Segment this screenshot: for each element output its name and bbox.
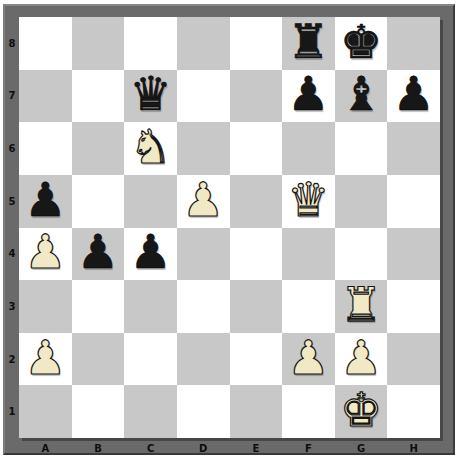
square-b6[interactable] xyxy=(72,122,125,175)
square-f7[interactable]: ♟ xyxy=(282,70,335,123)
square-a3[interactable] xyxy=(19,280,72,333)
white-knight-c6[interactable]: ♞ xyxy=(129,123,171,170)
square-c4[interactable]: ♟ xyxy=(124,228,177,281)
square-f5[interactable]: ♛ xyxy=(282,175,335,228)
square-b2[interactable] xyxy=(72,333,125,386)
square-c5[interactable] xyxy=(124,175,177,228)
square-g1[interactable]: ♚ xyxy=(335,385,388,438)
square-b1[interactable] xyxy=(72,385,125,438)
square-a2[interactable]: ♟ xyxy=(19,333,72,386)
rank-label-8: 8 xyxy=(5,17,19,70)
square-c7[interactable]: ♛ xyxy=(124,70,177,123)
file-label-e: E xyxy=(230,441,283,455)
square-g3[interactable]: ♜ xyxy=(335,280,388,333)
square-h8[interactable] xyxy=(387,17,440,70)
square-h7[interactable]: ♟ xyxy=(387,70,440,123)
square-e3[interactable] xyxy=(230,280,283,333)
square-d5[interactable]: ♟ xyxy=(177,175,230,228)
square-e1[interactable] xyxy=(230,385,283,438)
black-rook-f8[interactable]: ♜ xyxy=(287,18,329,65)
square-c2[interactable] xyxy=(124,333,177,386)
file-label-a: A xyxy=(19,441,72,455)
chess-board: ♜♚♛♟♝♟♞♟♟♛♟♟♟♜♟♟♟♚ xyxy=(19,17,440,438)
file-labels: ABCDEFGH xyxy=(19,441,440,455)
white-pawn-g2[interactable]: ♟ xyxy=(340,334,382,381)
white-pawn-d5[interactable]: ♟ xyxy=(182,176,224,223)
square-f3[interactable] xyxy=(282,280,335,333)
square-c1[interactable] xyxy=(124,385,177,438)
file-label-b: B xyxy=(72,441,125,455)
white-rook-g3[interactable]: ♜ xyxy=(340,281,382,328)
file-label-g: G xyxy=(335,441,388,455)
square-d7[interactable] xyxy=(177,70,230,123)
square-d1[interactable] xyxy=(177,385,230,438)
square-b3[interactable] xyxy=(72,280,125,333)
square-b7[interactable] xyxy=(72,70,125,123)
square-f6[interactable] xyxy=(282,122,335,175)
black-pawn-c4[interactable]: ♟ xyxy=(129,228,171,275)
square-f1[interactable] xyxy=(282,385,335,438)
file-label-c: C xyxy=(124,441,177,455)
rank-label-7: 7 xyxy=(5,70,19,123)
square-g8[interactable]: ♚ xyxy=(335,17,388,70)
file-label-f: F xyxy=(282,441,335,455)
square-b8[interactable] xyxy=(72,17,125,70)
white-queen-f5[interactable]: ♛ xyxy=(287,176,329,223)
square-d6[interactable] xyxy=(177,122,230,175)
square-e8[interactable] xyxy=(230,17,283,70)
square-h4[interactable] xyxy=(387,228,440,281)
square-e4[interactable] xyxy=(230,228,283,281)
rank-label-4: 4 xyxy=(5,228,19,281)
rank-label-6: 6 xyxy=(5,122,19,175)
rank-label-1: 1 xyxy=(5,385,19,438)
square-d2[interactable] xyxy=(177,333,230,386)
rank-label-2: 2 xyxy=(5,333,19,386)
black-pawn-a5[interactable]: ♟ xyxy=(24,176,66,223)
white-pawn-f2[interactable]: ♟ xyxy=(287,334,329,381)
square-a8[interactable] xyxy=(19,17,72,70)
square-e6[interactable] xyxy=(230,122,283,175)
square-g6[interactable] xyxy=(335,122,388,175)
square-f2[interactable]: ♟ xyxy=(282,333,335,386)
square-d4[interactable] xyxy=(177,228,230,281)
file-label-d: D xyxy=(177,441,230,455)
square-h6[interactable] xyxy=(387,122,440,175)
square-a6[interactable] xyxy=(19,122,72,175)
square-h3[interactable] xyxy=(387,280,440,333)
square-c6[interactable]: ♞ xyxy=(124,122,177,175)
square-g5[interactable] xyxy=(335,175,388,228)
black-pawn-b4[interactable]: ♟ xyxy=(77,228,119,275)
square-h2[interactable] xyxy=(387,333,440,386)
board-frame: 87654321 ABCDEFGH ♜♚♛♟♝♟♞♟♟♛♟♟♟♜♟♟♟♚ xyxy=(3,4,455,455)
rank-label-5: 5 xyxy=(5,175,19,228)
black-king-g8[interactable]: ♚ xyxy=(340,18,382,65)
square-h5[interactable] xyxy=(387,175,440,228)
square-b5[interactable] xyxy=(72,175,125,228)
square-c8[interactable] xyxy=(124,17,177,70)
square-f4[interactable] xyxy=(282,228,335,281)
white-pawn-a2[interactable]: ♟ xyxy=(24,334,66,381)
square-a4[interactable]: ♟ xyxy=(19,228,72,281)
square-g2[interactable]: ♟ xyxy=(335,333,388,386)
rank-label-3: 3 xyxy=(5,280,19,333)
square-b4[interactable]: ♟ xyxy=(72,228,125,281)
square-e2[interactable] xyxy=(230,333,283,386)
white-king-g1[interactable]: ♚ xyxy=(340,386,382,433)
white-pawn-a4[interactable]: ♟ xyxy=(24,228,66,275)
square-a5[interactable]: ♟ xyxy=(19,175,72,228)
square-e7[interactable] xyxy=(230,70,283,123)
rank-labels: 87654321 xyxy=(5,17,19,438)
black-pawn-h7[interactable]: ♟ xyxy=(393,70,435,117)
square-a7[interactable] xyxy=(19,70,72,123)
square-g7[interactable]: ♝ xyxy=(335,70,388,123)
square-d3[interactable] xyxy=(177,280,230,333)
square-c3[interactable] xyxy=(124,280,177,333)
square-g4[interactable] xyxy=(335,228,388,281)
black-pawn-f7[interactable]: ♟ xyxy=(287,70,329,117)
square-e5[interactable] xyxy=(230,175,283,228)
black-queen-c7[interactable]: ♛ xyxy=(129,70,171,117)
square-d8[interactable] xyxy=(177,17,230,70)
square-a1[interactable] xyxy=(19,385,72,438)
file-label-h: H xyxy=(387,441,440,455)
square-f8[interactable]: ♜ xyxy=(282,17,335,70)
square-h1[interactable] xyxy=(387,385,440,438)
black-bishop-g7[interactable]: ♝ xyxy=(340,70,382,117)
chess-diagram: 87654321 ABCDEFGH ♜♚♛♟♝♟♞♟♟♛♟♟♟♜♟♟♟♚ xyxy=(0,0,460,460)
